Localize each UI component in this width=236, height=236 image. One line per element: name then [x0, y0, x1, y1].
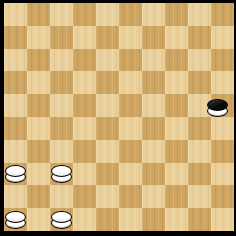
board-square[interactable] [211, 185, 234, 208]
board-square[interactable] [188, 3, 211, 26]
board-square[interactable] [142, 163, 165, 186]
board-square[interactable] [119, 94, 142, 117]
board-square[interactable] [73, 117, 96, 140]
board-square[interactable] [4, 71, 27, 94]
board-square[interactable] [73, 163, 96, 186]
board-square[interactable] [211, 117, 234, 140]
board-square[interactable] [50, 3, 73, 26]
board-square[interactable] [211, 71, 234, 94]
piece-top [51, 165, 72, 177]
board-square[interactable] [119, 163, 142, 186]
board-square[interactable] [4, 94, 27, 117]
board-square[interactable] [50, 163, 73, 186]
board-square[interactable] [27, 71, 50, 94]
board-square[interactable] [73, 94, 96, 117]
white-man[interactable] [5, 211, 26, 230]
board-square[interactable] [119, 3, 142, 26]
board-square[interactable] [4, 163, 27, 186]
board-square[interactable] [142, 26, 165, 49]
board-square[interactable] [96, 208, 119, 231]
board-square[interactable] [96, 94, 119, 117]
piece-top [5, 165, 26, 177]
board-square[interactable] [27, 49, 50, 72]
white-man[interactable] [51, 165, 72, 184]
piece-top [51, 211, 72, 223]
board-square[interactable] [96, 185, 119, 208]
board-square[interactable] [165, 49, 188, 72]
board-square[interactable] [96, 49, 119, 72]
board-square[interactable] [119, 71, 142, 94]
board-square[interactable] [50, 71, 73, 94]
board-square[interactable] [96, 26, 119, 49]
board-square[interactable] [165, 140, 188, 163]
board-square[interactable] [96, 140, 119, 163]
board-square[interactable] [50, 94, 73, 117]
board-square[interactable] [142, 140, 165, 163]
board-square[interactable] [165, 208, 188, 231]
board-square[interactable] [73, 208, 96, 231]
board-square[interactable] [165, 117, 188, 140]
board-square[interactable] [27, 163, 50, 186]
board-square[interactable] [50, 208, 73, 231]
board-square[interactable] [119, 208, 142, 231]
board-square[interactable] [188, 49, 211, 72]
board-square[interactable] [211, 26, 234, 49]
board-square[interactable] [142, 208, 165, 231]
board-square[interactable] [50, 117, 73, 140]
white-man[interactable] [51, 211, 72, 230]
board-square[interactable] [27, 94, 50, 117]
board-square[interactable] [165, 71, 188, 94]
board-square[interactable] [211, 94, 234, 117]
board-square[interactable] [142, 185, 165, 208]
board-square[interactable] [188, 163, 211, 186]
board-square[interactable] [188, 117, 211, 140]
board-square[interactable] [4, 208, 27, 231]
board-square[interactable] [188, 140, 211, 163]
board-square[interactable] [188, 71, 211, 94]
board-square[interactable] [142, 71, 165, 94]
board-square[interactable] [188, 208, 211, 231]
board-square[interactable] [165, 26, 188, 49]
board-square[interactable] [73, 49, 96, 72]
board-square[interactable] [165, 185, 188, 208]
board-square[interactable] [119, 185, 142, 208]
board-square[interactable] [211, 140, 234, 163]
board-square[interactable] [142, 3, 165, 26]
board-square[interactable] [211, 208, 234, 231]
board-square[interactable] [142, 117, 165, 140]
game-window [0, 0, 236, 236]
board-square[interactable] [73, 185, 96, 208]
board-square[interactable] [119, 49, 142, 72]
board-square[interactable] [73, 3, 96, 26]
board-square[interactable] [119, 140, 142, 163]
board-square[interactable] [119, 117, 142, 140]
board-square[interactable] [73, 71, 96, 94]
piece-top [5, 211, 26, 223]
board-square[interactable] [211, 49, 234, 72]
board-square[interactable] [119, 26, 142, 49]
board-square[interactable] [96, 71, 119, 94]
board-square[interactable] [27, 140, 50, 163]
board-square[interactable] [73, 140, 96, 163]
board-square[interactable] [165, 163, 188, 186]
board-square[interactable] [165, 3, 188, 26]
board-square[interactable] [50, 26, 73, 49]
board-square[interactable] [4, 26, 27, 49]
board-square[interactable] [165, 94, 188, 117]
board-square[interactable] [50, 49, 73, 72]
board-square[interactable] [142, 94, 165, 117]
board-square[interactable] [50, 185, 73, 208]
board-square[interactable] [27, 117, 50, 140]
board-square[interactable] [27, 208, 50, 231]
board-square[interactable] [27, 26, 50, 49]
board-square[interactable] [4, 3, 27, 26]
board-square[interactable] [4, 185, 27, 208]
board-square[interactable] [4, 49, 27, 72]
board-square[interactable] [4, 117, 27, 140]
board-square[interactable] [73, 26, 96, 49]
black-man[interactable] [207, 99, 228, 118]
draughts-board [4, 3, 234, 231]
board-square[interactable] [4, 140, 27, 163]
board-square[interactable] [188, 26, 211, 49]
board-square[interactable] [27, 185, 50, 208]
board-square[interactable] [211, 3, 234, 26]
board-square[interactable] [96, 3, 119, 26]
board-square[interactable] [188, 185, 211, 208]
board-square[interactable] [211, 163, 234, 186]
board-square[interactable] [50, 140, 73, 163]
white-man[interactable] [5, 165, 26, 184]
piece-top [207, 99, 228, 111]
board-square[interactable] [27, 3, 50, 26]
board-square[interactable] [96, 163, 119, 186]
board-square[interactable] [96, 117, 119, 140]
board-square[interactable] [142, 49, 165, 72]
